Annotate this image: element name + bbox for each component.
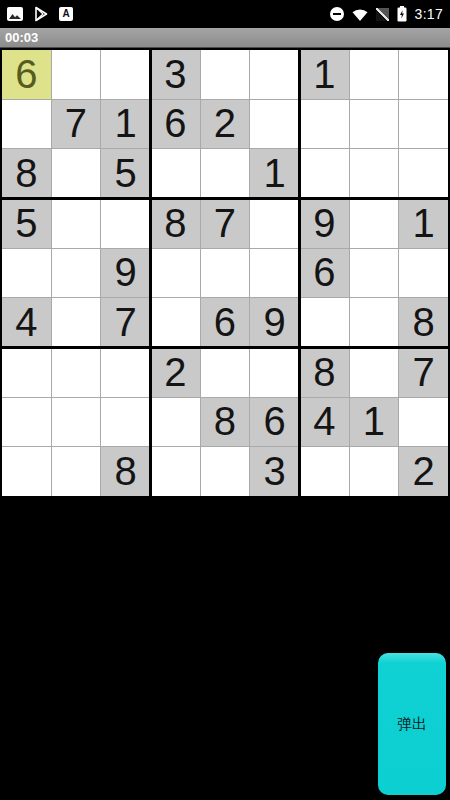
sudoku-cell[interactable] (52, 398, 101, 447)
sudoku-cell[interactable] (52, 249, 101, 298)
sudoku-cell[interactable]: 8 (201, 398, 250, 447)
sudoku-cell[interactable]: 1 (399, 199, 448, 248)
gallery-icon (7, 7, 23, 21)
sudoku-cell[interactable] (350, 199, 399, 248)
sudoku-cell[interactable] (250, 50, 299, 99)
sudoku-cell[interactable]: 3 (250, 447, 299, 496)
status-bar-left: A (7, 6, 73, 22)
sudoku-cell[interactable] (350, 249, 399, 298)
sudoku-cell[interactable] (201, 447, 250, 496)
sudoku-cell[interactable]: 2 (151, 348, 200, 397)
sudoku-cell[interactable]: 8 (399, 298, 448, 347)
sudoku-cell[interactable] (2, 249, 51, 298)
sudoku-cell[interactable] (399, 398, 448, 447)
sudoku-cell[interactable]: 4 (300, 398, 349, 447)
sudoku-cell[interactable] (250, 199, 299, 248)
sudoku-cell[interactable]: 5 (101, 149, 150, 198)
sudoku-cell[interactable]: 2 (201, 100, 250, 149)
sudoku-cell[interactable]: 1 (250, 149, 299, 198)
sudoku-cell[interactable] (52, 348, 101, 397)
do-not-disturb-icon (330, 7, 344, 21)
sudoku-cell[interactable]: 4 (2, 298, 51, 347)
sudoku-cell[interactable]: 6 (201, 298, 250, 347)
sudoku-cell[interactable]: 2 (399, 447, 448, 496)
wifi-icon (352, 8, 368, 21)
sudoku-cell[interactable]: 3 (151, 50, 200, 99)
sudoku-cell[interactable]: 6 (2, 50, 51, 99)
sudoku-cell[interactable]: 8 (300, 348, 349, 397)
sudoku-cell[interactable]: 7 (201, 199, 250, 248)
sudoku-cell[interactable] (399, 249, 448, 298)
sudoku-cell[interactable] (101, 50, 150, 99)
sudoku-cell[interactable] (52, 149, 101, 198)
sudoku-cell[interactable] (300, 298, 349, 347)
battery-charging-icon (397, 6, 407, 22)
sudoku-cell[interactable]: 9 (101, 249, 150, 298)
sudoku-cell[interactable]: 7 (399, 348, 448, 397)
sudoku-cell[interactable] (201, 348, 250, 397)
timer-bar: 00:03 (0, 28, 450, 48)
sudoku-cell[interactable] (2, 348, 51, 397)
sudoku-cell[interactable] (350, 298, 399, 347)
sudoku-cell[interactable] (52, 298, 101, 347)
sudoku-cell[interactable] (2, 398, 51, 447)
sudoku-cell[interactable] (151, 249, 200, 298)
play-store-icon (33, 6, 49, 22)
no-sim-icon (376, 8, 389, 21)
clock: 3:17 (415, 6, 443, 22)
timer-text: 00:03 (5, 30, 38, 45)
sudoku-cell[interactable] (101, 348, 150, 397)
sudoku-cell[interactable] (151, 447, 200, 496)
sudoku-cell[interactable]: 7 (52, 100, 101, 149)
sudoku-cell[interactable] (350, 149, 399, 198)
sudoku-cell[interactable] (300, 447, 349, 496)
sudoku-cell[interactable] (300, 100, 349, 149)
sudoku-cell[interactable] (399, 100, 448, 149)
sudoku-cell[interactable]: 9 (300, 199, 349, 248)
sudoku-cell[interactable] (101, 398, 150, 447)
sudoku-cell[interactable] (2, 447, 51, 496)
sudoku-cell[interactable] (300, 149, 349, 198)
sudoku-cell[interactable] (350, 50, 399, 99)
status-bar-right: 3:17 (330, 6, 443, 22)
sudoku-cell[interactable] (52, 447, 101, 496)
sudoku-cells: 63171628515879196476982878641832 (2, 50, 448, 496)
sudoku-cell[interactable]: 1 (101, 100, 150, 149)
sudoku-cell[interactable] (399, 149, 448, 198)
sudoku-cell[interactable]: 7 (101, 298, 150, 347)
sudoku-cell[interactable]: 8 (101, 447, 150, 496)
sudoku-board: 63171628515879196476982878641832 (0, 48, 450, 498)
sudoku-cell[interactable]: 6 (300, 249, 349, 298)
sudoku-cell[interactable] (151, 398, 200, 447)
sudoku-cell[interactable] (350, 447, 399, 496)
sudoku-cell[interactable]: 6 (250, 398, 299, 447)
sudoku-cell[interactable] (52, 199, 101, 248)
sudoku-cell[interactable] (250, 348, 299, 397)
sudoku-cell[interactable] (399, 50, 448, 99)
sudoku-cell[interactable]: 5 (2, 199, 51, 248)
sudoku-cell[interactable]: 9 (250, 298, 299, 347)
sudoku-cell[interactable] (201, 149, 250, 198)
sudoku-cell[interactable] (201, 249, 250, 298)
status-bar: A 3:17 (0, 0, 450, 28)
sudoku-cell[interactable]: 1 (300, 50, 349, 99)
sudoku-cell[interactable]: 8 (151, 199, 200, 248)
app-screen: A 3:17 00:03 6317162851587919647698 (0, 0, 450, 800)
sudoku-cell[interactable]: 6 (151, 100, 200, 149)
sudoku-cell[interactable] (250, 249, 299, 298)
sudoku-cell[interactable] (201, 50, 250, 99)
sudoku-cell[interactable] (350, 348, 399, 397)
a-app-icon: A (59, 7, 73, 21)
sudoku-cell[interactable] (52, 50, 101, 99)
sudoku-cell[interactable] (2, 100, 51, 149)
sudoku-cell[interactable] (101, 199, 150, 248)
sudoku-cell[interactable] (151, 298, 200, 347)
popup-button[interactable]: 弹出 (378, 653, 446, 795)
sudoku-cell[interactable] (350, 100, 399, 149)
sudoku-cell[interactable] (151, 149, 200, 198)
sudoku-cell[interactable]: 1 (350, 398, 399, 447)
sudoku-cell[interactable] (250, 100, 299, 149)
sudoku-cell[interactable]: 8 (2, 149, 51, 198)
